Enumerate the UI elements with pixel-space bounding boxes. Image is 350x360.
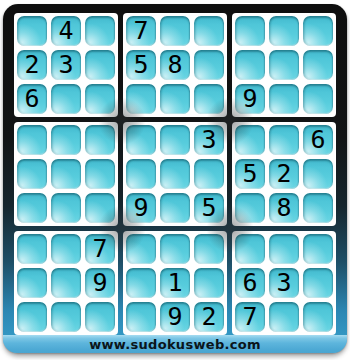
cell-r5c3[interactable] [85, 159, 115, 189]
sudoku-board: 42367589395652879192637 www.sudokusweb.c… [3, 4, 347, 353]
box-3-3: 637 [232, 231, 336, 335]
cell-r2c8[interactable] [269, 50, 299, 80]
cell-r3c8[interactable] [269, 84, 299, 114]
box-1-3: 9 [232, 13, 336, 117]
cell-r5c6[interactable] [194, 159, 224, 189]
cell-r8c4[interactable] [126, 268, 156, 298]
cell-r2c2[interactable]: 3 [51, 50, 81, 80]
cell-r7c1[interactable] [17, 234, 47, 264]
cell-r3c5[interactable] [160, 84, 190, 114]
cell-r1c6[interactable] [194, 16, 224, 46]
box-3-1: 79 [14, 231, 118, 335]
cell-r8c2[interactable] [51, 268, 81, 298]
cell-r5c4[interactable] [126, 159, 156, 189]
cell-r1c9[interactable] [303, 16, 333, 46]
box-2-2: 395 [123, 122, 227, 226]
box-2-1 [14, 122, 118, 226]
cell-r9c1[interactable] [17, 302, 47, 332]
box-1-2: 758 [123, 13, 227, 117]
cell-r7c6[interactable] [194, 234, 224, 264]
cell-r9c2[interactable] [51, 302, 81, 332]
cell-r4c6[interactable]: 3 [194, 125, 224, 155]
box-2-3: 6528 [232, 122, 336, 226]
cell-r6c7[interactable] [235, 193, 265, 223]
cell-r1c2[interactable]: 4 [51, 16, 81, 46]
cell-r5c5[interactable] [160, 159, 190, 189]
cell-r3c3[interactable] [85, 84, 115, 114]
cell-r1c4[interactable]: 7 [126, 16, 156, 46]
cell-r4c8[interactable] [269, 125, 299, 155]
cell-r7c2[interactable] [51, 234, 81, 264]
cell-r2c9[interactable] [303, 50, 333, 80]
cell-r9c6[interactable]: 2 [194, 302, 224, 332]
cell-r2c6[interactable] [194, 50, 224, 80]
cell-r4c9[interactable]: 6 [303, 125, 333, 155]
cell-r9c9[interactable] [303, 302, 333, 332]
cell-r6c1[interactable] [17, 193, 47, 223]
cell-r7c3[interactable]: 7 [85, 234, 115, 264]
cell-r3c2[interactable] [51, 84, 81, 114]
cell-r3c9[interactable] [303, 84, 333, 114]
box-1-1: 4236 [14, 13, 118, 117]
cell-r3c7[interactable]: 9 [235, 84, 265, 114]
cell-r6c3[interactable] [85, 193, 115, 223]
site-url-band: www.sudokusweb.com [3, 335, 347, 353]
cell-r7c4[interactable] [126, 234, 156, 264]
cell-r2c4[interactable]: 5 [126, 50, 156, 80]
cell-r5c9[interactable] [303, 159, 333, 189]
cell-r5c8[interactable]: 2 [269, 159, 299, 189]
cell-r8c3[interactable]: 9 [85, 268, 115, 298]
cell-r4c5[interactable] [160, 125, 190, 155]
cell-r8c8[interactable]: 3 [269, 268, 299, 298]
cell-r2c1[interactable]: 2 [17, 50, 47, 80]
cell-r1c1[interactable] [17, 16, 47, 46]
cell-r3c4[interactable] [126, 84, 156, 114]
cell-r9c8[interactable] [269, 302, 299, 332]
cell-r2c5[interactable]: 8 [160, 50, 190, 80]
cell-r7c9[interactable] [303, 234, 333, 264]
cell-r2c7[interactable] [235, 50, 265, 80]
cell-r1c3[interactable] [85, 16, 115, 46]
cell-r8c1[interactable] [17, 268, 47, 298]
cell-r4c7[interactable] [235, 125, 265, 155]
cell-r6c4[interactable]: 9 [126, 193, 156, 223]
cell-r1c8[interactable] [269, 16, 299, 46]
box-3-2: 192 [123, 231, 227, 335]
cell-r4c1[interactable] [17, 125, 47, 155]
cell-r7c5[interactable] [160, 234, 190, 264]
cell-r9c5[interactable]: 9 [160, 302, 190, 332]
sudoku-grid: 42367589395652879192637 [14, 13, 336, 335]
cell-r5c1[interactable] [17, 159, 47, 189]
cell-r3c1[interactable]: 6 [17, 84, 47, 114]
cell-r5c7[interactable]: 5 [235, 159, 265, 189]
cell-r6c9[interactable] [303, 193, 333, 223]
cell-r6c2[interactable] [51, 193, 81, 223]
cell-r6c5[interactable] [160, 193, 190, 223]
cell-r1c5[interactable] [160, 16, 190, 46]
cell-r4c2[interactable] [51, 125, 81, 155]
cell-r4c3[interactable] [85, 125, 115, 155]
cell-r8c7[interactable]: 6 [235, 268, 265, 298]
cell-r9c4[interactable] [126, 302, 156, 332]
cell-r7c8[interactable] [269, 234, 299, 264]
cell-r8c6[interactable] [194, 268, 224, 298]
cell-r6c6[interactable]: 5 [194, 193, 224, 223]
cell-r4c4[interactable] [126, 125, 156, 155]
cell-r7c7[interactable] [235, 234, 265, 264]
cell-r5c2[interactable] [51, 159, 81, 189]
cell-r1c7[interactable] [235, 16, 265, 46]
cell-r8c9[interactable] [303, 268, 333, 298]
site-url: www.sudokusweb.com [89, 337, 261, 352]
cell-r8c5[interactable]: 1 [160, 268, 190, 298]
cell-r2c3[interactable] [85, 50, 115, 80]
cell-r6c8[interactable]: 8 [269, 193, 299, 223]
cell-r9c7[interactable]: 7 [235, 302, 265, 332]
cell-r9c3[interactable] [85, 302, 115, 332]
cell-r3c6[interactable] [194, 84, 224, 114]
